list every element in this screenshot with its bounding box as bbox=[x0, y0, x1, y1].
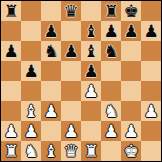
square-c8[interactable] bbox=[41, 1, 61, 21]
black-pawn-piece[interactable]: ♟ bbox=[63, 41, 78, 61]
black-bishop-piece[interactable]: ♝ bbox=[83, 41, 98, 61]
square-g6[interactable] bbox=[121, 41, 141, 61]
black-pawn-piece[interactable]: ♟ bbox=[123, 21, 138, 41]
square-f4[interactable] bbox=[101, 81, 121, 101]
square-e1[interactable]: ♜ bbox=[81, 141, 101, 161]
square-e8[interactable] bbox=[81, 1, 101, 21]
white-knight-piece[interactable]: ♞ bbox=[23, 141, 38, 161]
square-h1[interactable] bbox=[141, 141, 161, 161]
square-b2[interactable]: ♟ bbox=[21, 121, 41, 141]
square-h6[interactable] bbox=[141, 41, 161, 61]
square-c4[interactable] bbox=[41, 81, 61, 101]
square-a8[interactable]: ♜ bbox=[1, 1, 21, 21]
white-pawn-piece[interactable]: ♟ bbox=[143, 101, 158, 121]
black-pawn-piece[interactable]: ♟ bbox=[103, 21, 118, 41]
square-a7[interactable] bbox=[1, 21, 21, 41]
square-c7[interactable]: ♟ bbox=[41, 21, 61, 41]
square-g3[interactable] bbox=[121, 101, 141, 121]
square-c5[interactable] bbox=[41, 61, 61, 81]
square-g8[interactable]: ♚ bbox=[121, 1, 141, 21]
square-d6[interactable]: ♟ bbox=[61, 41, 81, 61]
square-h2[interactable] bbox=[141, 121, 161, 141]
square-f5[interactable] bbox=[101, 61, 121, 81]
chess-board: ♜♛♜♚♟♝♟♟♟♟♞♟♝♞♟♟♟♝♟♞♟♟♟♟♟♟♜♞♝♛♜♚ bbox=[0, 0, 162, 162]
square-f8[interactable]: ♜ bbox=[101, 1, 121, 21]
white-rook-piece[interactable]: ♜ bbox=[83, 141, 98, 161]
square-f7[interactable]: ♟ bbox=[101, 21, 121, 41]
square-b3[interactable]: ♝ bbox=[21, 101, 41, 121]
square-g2[interactable]: ♟ bbox=[121, 121, 141, 141]
square-h4[interactable] bbox=[141, 81, 161, 101]
square-h7[interactable]: ♟ bbox=[141, 21, 161, 41]
square-a3[interactable] bbox=[1, 101, 21, 121]
square-b8[interactable] bbox=[21, 1, 41, 21]
black-pawn-piece[interactable]: ♟ bbox=[23, 61, 38, 81]
black-rook-piece[interactable]: ♜ bbox=[103, 1, 118, 21]
white-pawn-piece[interactable]: ♟ bbox=[23, 121, 38, 141]
square-g7[interactable]: ♟ bbox=[121, 21, 141, 41]
square-d1[interactable]: ♛ bbox=[61, 141, 81, 161]
black-rook-piece[interactable]: ♜ bbox=[3, 1, 18, 21]
square-b6[interactable] bbox=[21, 41, 41, 61]
square-b4[interactable] bbox=[21, 81, 41, 101]
square-c6[interactable]: ♞ bbox=[41, 41, 61, 61]
white-knight-piece[interactable]: ♞ bbox=[103, 101, 118, 121]
square-b7[interactable] bbox=[21, 21, 41, 41]
square-a6[interactable]: ♟ bbox=[1, 41, 21, 61]
white-bishop-piece[interactable]: ♝ bbox=[23, 101, 38, 121]
white-rook-piece[interactable]: ♜ bbox=[3, 141, 18, 161]
black-pawn-piece[interactable]: ♟ bbox=[83, 61, 98, 81]
square-h8[interactable] bbox=[141, 1, 161, 21]
square-c2[interactable] bbox=[41, 121, 61, 141]
square-f6[interactable]: ♞ bbox=[101, 41, 121, 61]
square-d5[interactable] bbox=[61, 61, 81, 81]
white-pawn-piece[interactable]: ♟ bbox=[83, 81, 98, 101]
black-pawn-piece[interactable]: ♟ bbox=[43, 21, 58, 41]
white-pawn-piece[interactable]: ♟ bbox=[63, 121, 78, 141]
white-pawn-piece[interactable]: ♟ bbox=[103, 121, 118, 141]
black-pawn-piece[interactable]: ♟ bbox=[3, 41, 18, 61]
square-c1[interactable]: ♝ bbox=[41, 141, 61, 161]
square-b1[interactable]: ♞ bbox=[21, 141, 41, 161]
square-h3[interactable]: ♟ bbox=[141, 101, 161, 121]
square-d2[interactable]: ♟ bbox=[61, 121, 81, 141]
square-f2[interactable]: ♟ bbox=[101, 121, 121, 141]
square-a1[interactable]: ♜ bbox=[1, 141, 21, 161]
black-knight-piece[interactable]: ♞ bbox=[43, 41, 58, 61]
square-g1[interactable]: ♚ bbox=[121, 141, 141, 161]
white-king-piece[interactable]: ♚ bbox=[123, 141, 138, 161]
square-e4[interactable]: ♟ bbox=[81, 81, 101, 101]
square-f3[interactable]: ♞ bbox=[101, 101, 121, 121]
black-queen-piece[interactable]: ♛ bbox=[63, 1, 78, 21]
square-h5[interactable] bbox=[141, 61, 161, 81]
white-pawn-piece[interactable]: ♟ bbox=[43, 101, 58, 121]
square-e2[interactable] bbox=[81, 121, 101, 141]
white-bishop-piece[interactable]: ♝ bbox=[43, 141, 58, 161]
square-g5[interactable] bbox=[121, 61, 141, 81]
black-bishop-piece[interactable]: ♝ bbox=[83, 21, 98, 41]
square-e6[interactable]: ♝ bbox=[81, 41, 101, 61]
square-e7[interactable]: ♝ bbox=[81, 21, 101, 41]
square-f1[interactable] bbox=[101, 141, 121, 161]
black-knight-piece[interactable]: ♞ bbox=[103, 41, 118, 61]
black-king-piece[interactable]: ♚ bbox=[123, 1, 138, 21]
square-b5[interactable]: ♟ bbox=[21, 61, 41, 81]
white-pawn-piece[interactable]: ♟ bbox=[3, 121, 18, 141]
square-d3[interactable] bbox=[61, 101, 81, 121]
white-pawn-piece[interactable]: ♟ bbox=[123, 121, 138, 141]
square-e3[interactable] bbox=[81, 101, 101, 121]
square-d7[interactable] bbox=[61, 21, 81, 41]
square-d8[interactable]: ♛ bbox=[61, 1, 81, 21]
square-e5[interactable]: ♟ bbox=[81, 61, 101, 81]
square-a2[interactable]: ♟ bbox=[1, 121, 21, 141]
white-queen-piece[interactable]: ♛ bbox=[63, 141, 78, 161]
square-a5[interactable] bbox=[1, 61, 21, 81]
square-c3[interactable]: ♟ bbox=[41, 101, 61, 121]
square-a4[interactable] bbox=[1, 81, 21, 101]
black-pawn-piece[interactable]: ♟ bbox=[143, 21, 158, 41]
square-d4[interactable] bbox=[61, 81, 81, 101]
square-g4[interactable] bbox=[121, 81, 141, 101]
